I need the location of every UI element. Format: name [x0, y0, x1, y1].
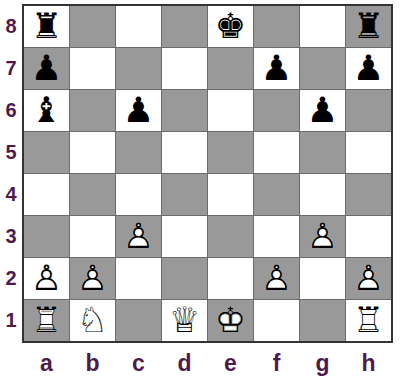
rank-label-6: 6	[0, 90, 22, 131]
file-label-b: b	[70, 343, 115, 383]
square-g2[interactable]	[300, 258, 345, 299]
file-label-c: c	[116, 343, 161, 383]
square-h3[interactable]	[346, 216, 391, 257]
square-b2[interactable]: ♟♙	[70, 258, 115, 299]
black-piece-glyph: ♝	[31, 93, 62, 128]
square-h1[interactable]: ♜♖	[346, 300, 391, 341]
square-g5[interactable]	[300, 132, 345, 173]
file-label-h: h	[346, 343, 391, 383]
square-c8[interactable]	[116, 6, 161, 47]
piece-white-rook: ♜♖	[353, 303, 384, 338]
square-d4[interactable]	[162, 174, 207, 215]
square-c5[interactable]	[116, 132, 161, 173]
square-e3[interactable]	[208, 216, 253, 257]
piece-white-pawn: ♟♙	[261, 261, 292, 296]
square-b6[interactable]	[70, 90, 115, 131]
piece-black-pawn: ♟	[307, 93, 338, 128]
piece-white-pawn: ♟♙	[123, 219, 154, 254]
square-e5[interactable]	[208, 132, 253, 173]
file-label-d: d	[162, 343, 207, 383]
square-d8[interactable]	[162, 6, 207, 47]
white-piece-outline-glyph: ♕	[169, 303, 200, 338]
square-c4[interactable]	[116, 174, 161, 215]
square-a8[interactable]: ♜	[24, 6, 69, 47]
rank-label-5: 5	[0, 132, 22, 173]
piece-black-pawn: ♟	[353, 51, 384, 86]
square-d3[interactable]	[162, 216, 207, 257]
square-h7[interactable]: ♟	[346, 48, 391, 89]
square-e6[interactable]	[208, 90, 253, 131]
square-b8[interactable]	[70, 6, 115, 47]
square-c7[interactable]	[116, 48, 161, 89]
rank-label-3: 3	[0, 216, 22, 257]
square-a1[interactable]: ♜♖	[24, 300, 69, 341]
white-piece-outline-glyph: ♔	[215, 303, 246, 338]
square-h6[interactable]	[346, 90, 391, 131]
square-f5[interactable]	[254, 132, 299, 173]
black-piece-glyph: ♜	[353, 9, 384, 44]
piece-black-pawn: ♟	[261, 51, 292, 86]
square-e2[interactable]	[208, 258, 253, 299]
file-labels: abcdefgh	[24, 343, 405, 383]
square-a6[interactable]: ♝	[24, 90, 69, 131]
piece-white-pawn: ♟♙	[31, 261, 62, 296]
rank-label-1: 1	[0, 300, 22, 341]
square-f2[interactable]: ♟♙	[254, 258, 299, 299]
square-a2[interactable]: ♟♙	[24, 258, 69, 299]
square-g1[interactable]	[300, 300, 345, 341]
square-d5[interactable]	[162, 132, 207, 173]
square-b4[interactable]	[70, 174, 115, 215]
square-h8[interactable]: ♜	[346, 6, 391, 47]
board-area: 87654321 ♜♚♜♟♟♟♝♟♟♟♙♟♙♟♙♟♙♟♙♟♙♜♖♞♘♛♕♚♔♜♖	[0, 4, 405, 343]
white-piece-outline-glyph: ♙	[31, 261, 62, 296]
black-piece-glyph: ♟	[123, 93, 154, 128]
square-e4[interactable]	[208, 174, 253, 215]
rank-labels: 87654321	[0, 4, 22, 343]
piece-white-king: ♚♔	[215, 303, 246, 338]
square-h4[interactable]	[346, 174, 391, 215]
file-label-g: g	[300, 343, 345, 383]
piece-white-rook: ♜♖	[31, 303, 62, 338]
black-piece-glyph: ♟	[353, 51, 384, 86]
piece-black-bishop: ♝	[31, 93, 62, 128]
piece-black-rook: ♜	[353, 9, 384, 44]
square-c3[interactable]: ♟♙	[116, 216, 161, 257]
square-d7[interactable]	[162, 48, 207, 89]
square-f3[interactable]	[254, 216, 299, 257]
black-piece-glyph: ♟	[261, 51, 292, 86]
square-h5[interactable]	[346, 132, 391, 173]
square-c1[interactable]	[116, 300, 161, 341]
square-b3[interactable]	[70, 216, 115, 257]
square-d2[interactable]	[162, 258, 207, 299]
rank-label-2: 2	[0, 258, 22, 299]
square-e1[interactable]: ♚♔	[208, 300, 253, 341]
chess-board: ♜♚♜♟♟♟♝♟♟♟♙♟♙♟♙♟♙♟♙♟♙♜♖♞♘♛♕♚♔♜♖	[22, 4, 393, 343]
piece-black-pawn: ♟	[31, 51, 62, 86]
square-b1[interactable]: ♞♘	[70, 300, 115, 341]
piece-white-pawn: ♟♙	[77, 261, 108, 296]
white-piece-outline-glyph: ♙	[261, 261, 292, 296]
square-g8[interactable]	[300, 6, 345, 47]
piece-black-rook: ♜	[31, 9, 62, 44]
black-piece-glyph: ♜	[31, 9, 62, 44]
square-b7[interactable]	[70, 48, 115, 89]
square-c6[interactable]: ♟	[116, 90, 161, 131]
black-piece-glyph: ♟	[31, 51, 62, 86]
square-d1[interactable]: ♛♕	[162, 300, 207, 341]
square-g4[interactable]	[300, 174, 345, 215]
white-piece-outline-glyph: ♙	[123, 219, 154, 254]
rank-label-8: 8	[0, 6, 22, 47]
file-label-f: f	[254, 343, 299, 383]
square-a3[interactable]	[24, 216, 69, 257]
square-g7[interactable]	[300, 48, 345, 89]
square-e8[interactable]: ♚	[208, 6, 253, 47]
rank-label-7: 7	[0, 48, 22, 89]
square-f4[interactable]	[254, 174, 299, 215]
square-g6[interactable]: ♟	[300, 90, 345, 131]
square-a5[interactable]	[24, 132, 69, 173]
white-piece-outline-glyph: ♖	[31, 303, 62, 338]
white-piece-outline-glyph: ♙	[353, 261, 384, 296]
square-d6[interactable]	[162, 90, 207, 131]
piece-white-knight: ♞♘	[77, 303, 108, 338]
file-label-a: a	[24, 343, 69, 383]
white-piece-outline-glyph: ♘	[77, 303, 108, 338]
piece-black-king: ♚	[215, 9, 246, 44]
file-label-e: e	[208, 343, 253, 383]
square-g3[interactable]: ♟♙	[300, 216, 345, 257]
square-h2[interactable]: ♟♙	[346, 258, 391, 299]
black-piece-glyph: ♚	[215, 9, 246, 44]
square-f6[interactable]	[254, 90, 299, 131]
square-c2[interactable]	[116, 258, 161, 299]
white-piece-outline-glyph: ♙	[77, 261, 108, 296]
piece-white-pawn: ♟♙	[307, 219, 338, 254]
rank-label-4: 4	[0, 174, 22, 215]
square-f8[interactable]	[254, 6, 299, 47]
black-piece-glyph: ♟	[307, 93, 338, 128]
square-e7[interactable]	[208, 48, 253, 89]
square-a7[interactable]: ♟	[24, 48, 69, 89]
square-f1[interactable]	[254, 300, 299, 341]
square-a4[interactable]	[24, 174, 69, 215]
square-f7[interactable]: ♟	[254, 48, 299, 89]
chess-diagram: 87654321 ♜♚♜♟♟♟♝♟♟♟♙♟♙♟♙♟♙♟♙♟♙♜♖♞♘♛♕♚♔♜♖…	[0, 0, 405, 383]
white-piece-outline-glyph: ♖	[353, 303, 384, 338]
piece-white-pawn: ♟♙	[353, 261, 384, 296]
white-piece-outline-glyph: ♙	[307, 219, 338, 254]
piece-black-pawn: ♟	[123, 93, 154, 128]
piece-white-queen: ♛♕	[169, 303, 200, 338]
square-b5[interactable]	[70, 132, 115, 173]
